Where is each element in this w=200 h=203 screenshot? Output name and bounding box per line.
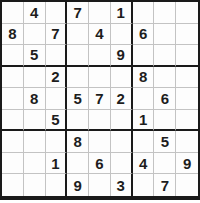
- given-cell-r2c3: 7: [46, 24, 68, 46]
- empty-cell-r3c1[interactable]: [2, 45, 24, 67]
- given-cell-r7c4: 8: [67, 131, 89, 153]
- given-cell-r5c4: 5: [67, 88, 89, 110]
- empty-cell-r3c5[interactable]: [89, 45, 111, 67]
- given-cell-r3c6: 9: [111, 45, 133, 67]
- given-cell-r5c6: 2: [111, 88, 133, 110]
- empty-cell-r9c2[interactable]: [24, 174, 46, 196]
- empty-cell-r2c8[interactable]: [154, 24, 176, 46]
- given-cell-r8c5: 6: [89, 153, 111, 175]
- empty-cell-r5c7[interactable]: [133, 88, 155, 110]
- given-cell-r6c3: 5: [46, 110, 68, 132]
- empty-cell-r1c7[interactable]: [133, 2, 155, 24]
- empty-cell-r7c9[interactable]: [176, 131, 198, 153]
- given-cell-r1c6: 1: [111, 2, 133, 24]
- given-cell-r2c1: 8: [2, 24, 24, 46]
- given-cell-r7c8: 5: [154, 131, 176, 153]
- empty-cell-r6c2[interactable]: [24, 110, 46, 132]
- empty-cell-r6c6[interactable]: [111, 110, 133, 132]
- empty-cell-r8c4[interactable]: [67, 153, 89, 175]
- empty-cell-r2c2[interactable]: [24, 24, 46, 46]
- empty-cell-r3c8[interactable]: [154, 45, 176, 67]
- empty-cell-r4c1[interactable]: [2, 67, 24, 89]
- empty-cell-r4c9[interactable]: [176, 67, 198, 89]
- given-cell-r9c4: 9: [67, 174, 89, 196]
- empty-cell-r7c7[interactable]: [133, 131, 155, 153]
- empty-cell-r9c1[interactable]: [2, 174, 24, 196]
- empty-cell-r3c4[interactable]: [67, 45, 89, 67]
- empty-cell-r5c9[interactable]: [176, 88, 198, 110]
- given-cell-r5c2: 8: [24, 88, 46, 110]
- empty-cell-r7c6[interactable]: [111, 131, 133, 153]
- empty-cell-r4c5[interactable]: [89, 67, 111, 89]
- given-cell-r8c7: 4: [133, 153, 155, 175]
- given-cell-r5c8: 6: [154, 88, 176, 110]
- given-cell-r3c2: 5: [24, 45, 46, 67]
- sudoku-page: 471874659288572651851649937: [0, 0, 200, 203]
- empty-cell-r2c9[interactable]: [176, 24, 198, 46]
- given-cell-r9c8: 7: [154, 174, 176, 196]
- empty-cell-r1c5[interactable]: [89, 2, 111, 24]
- empty-cell-r8c6[interactable]: [111, 153, 133, 175]
- empty-cell-r6c5[interactable]: [89, 110, 111, 132]
- given-cell-r4c7: 8: [133, 67, 155, 89]
- empty-cell-r6c4[interactable]: [67, 110, 89, 132]
- empty-cell-r7c1[interactable]: [2, 131, 24, 153]
- empty-cell-r1c3[interactable]: [46, 2, 68, 24]
- given-cell-r4c3: 2: [46, 67, 68, 89]
- given-cell-r1c2: 4: [24, 2, 46, 24]
- empty-cell-r4c8[interactable]: [154, 67, 176, 89]
- empty-cell-r1c9[interactable]: [176, 2, 198, 24]
- empty-cell-r3c7[interactable]: [133, 45, 155, 67]
- empty-cell-r1c8[interactable]: [154, 2, 176, 24]
- empty-cell-r4c6[interactable]: [111, 67, 133, 89]
- given-cell-r8c9: 9: [176, 153, 198, 175]
- empty-cell-r6c8[interactable]: [154, 110, 176, 132]
- given-cell-r5c5: 7: [89, 88, 111, 110]
- empty-cell-r6c9[interactable]: [176, 110, 198, 132]
- empty-cell-r9c3[interactable]: [46, 174, 68, 196]
- empty-cell-r4c2[interactable]: [24, 67, 46, 89]
- sudoku-board: 471874659288572651851649937: [0, 0, 200, 200]
- given-cell-r9c6: 3: [111, 174, 133, 196]
- empty-cell-r5c1[interactable]: [2, 88, 24, 110]
- empty-cell-r9c9[interactable]: [176, 174, 198, 196]
- empty-cell-r9c5[interactable]: [89, 174, 111, 196]
- empty-cell-r1c1[interactable]: [2, 2, 24, 24]
- empty-cell-r7c5[interactable]: [89, 131, 111, 153]
- empty-cell-r7c2[interactable]: [24, 131, 46, 153]
- given-cell-r8c3: 1: [46, 153, 68, 175]
- given-cell-r2c5: 4: [89, 24, 111, 46]
- given-cell-r6c7: 1: [133, 110, 155, 132]
- empty-cell-r3c9[interactable]: [176, 45, 198, 67]
- empty-cell-r2c6[interactable]: [111, 24, 133, 46]
- given-cell-r2c7: 6: [133, 24, 155, 46]
- empty-cell-r8c2[interactable]: [24, 153, 46, 175]
- empty-cell-r5c3[interactable]: [46, 88, 68, 110]
- empty-cell-r9c7[interactable]: [133, 174, 155, 196]
- given-cell-r1c4: 7: [67, 2, 89, 24]
- empty-cell-r6c1[interactable]: [2, 110, 24, 132]
- empty-cell-r7c3[interactable]: [46, 131, 68, 153]
- empty-cell-r8c1[interactable]: [2, 153, 24, 175]
- empty-cell-r3c3[interactable]: [46, 45, 68, 67]
- empty-cell-r8c8[interactable]: [154, 153, 176, 175]
- empty-cell-r2c4[interactable]: [67, 24, 89, 46]
- empty-cell-r4c4[interactable]: [67, 67, 89, 89]
